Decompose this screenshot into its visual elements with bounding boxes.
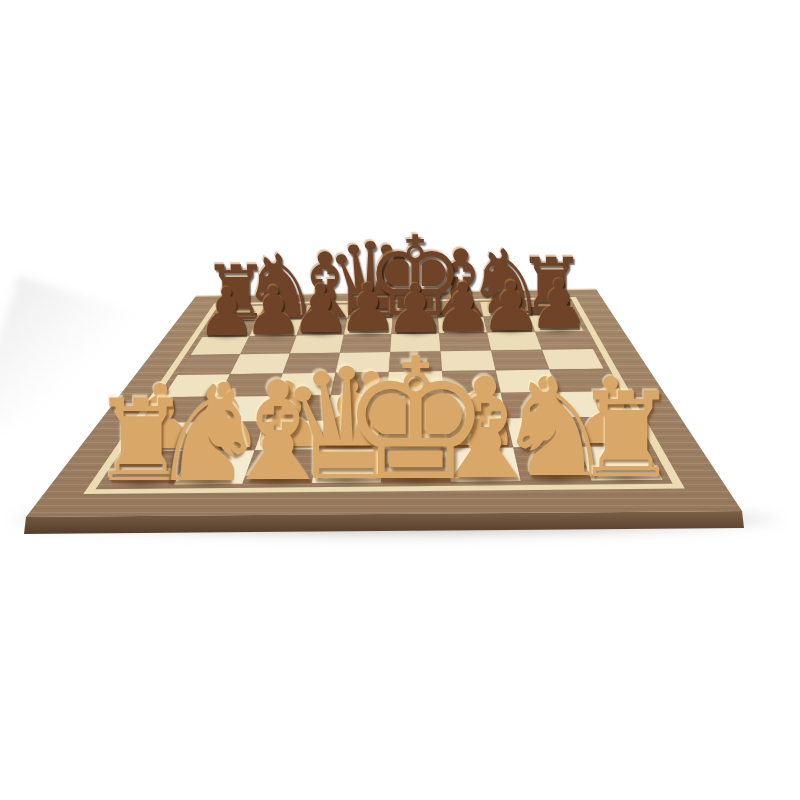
square-grain-h8 [524,301,575,316]
square-g6 [487,332,542,351]
square-c8 [302,304,350,319]
square-h7 [529,315,583,332]
square-grain-c3 [265,395,330,421]
square-e4 [387,371,444,394]
square-e8 [393,303,438,318]
square-f1 [448,448,521,482]
square-grain-c5 [283,353,340,374]
square-g4 [496,370,558,393]
square-e2 [383,419,448,449]
chess-board [0,0,800,800]
square-f3 [444,393,507,419]
square-grain-d6 [340,334,391,353]
square-grain-f4 [442,370,501,393]
square-g2 [507,418,579,448]
square-grain-d4 [331,372,389,395]
square-c6 [290,335,344,354]
square-grain-e7 [391,317,439,334]
chess-set-product-photo: ♜♞♝♛♚♝♞♜♟♟♟♟♟♟♟♟♟♟♟♟♟♟♟♟♜♞♝♛♚♝♞♜ [0,0,800,800]
square-grain-d2 [319,420,386,450]
square-grain-h6 [535,331,593,350]
square-grain-f8 [437,302,484,317]
square-b7 [249,320,302,337]
square-h5 [542,349,604,370]
square-grain-b8 [258,305,308,320]
square-c2 [255,421,326,451]
square-grain-b6 [240,336,296,355]
square-e6 [390,333,440,352]
square-grain-g7 [483,316,535,333]
square-grain-g1 [513,447,591,481]
square-grain-f2 [446,418,513,448]
square-f5 [441,350,496,371]
square-grain-e5 [389,351,442,372]
square-grain-f6 [439,333,491,352]
square-d1 [312,449,384,483]
square-grain-c1 [243,450,319,484]
square-grain-e1 [381,448,451,482]
square-grain-d8 [347,304,393,319]
square-g8 [480,301,529,316]
square-c4 [275,373,336,396]
square-grain-c7 [297,319,348,336]
square-grain-e3 [385,394,446,420]
square-grain-g3 [501,392,568,418]
square-d5 [336,352,391,373]
square-grain-g5 [491,350,549,371]
square-d7 [344,318,393,335]
square-d3 [325,394,387,420]
square-f7 [438,317,487,334]
square-b5 [230,353,290,374]
